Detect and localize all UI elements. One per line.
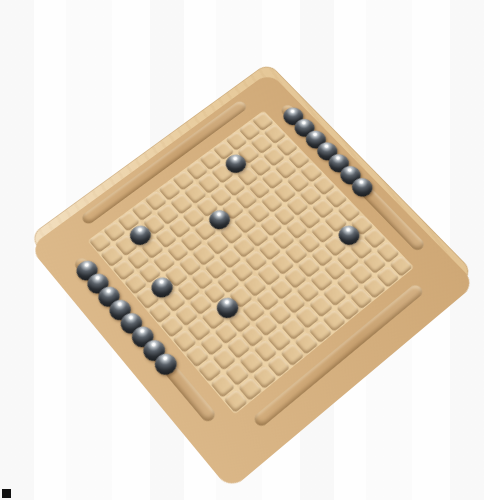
- dimple-grid: [87, 110, 414, 414]
- wooden-game-board: [29, 62, 474, 477]
- product-photo-stage: [0, 0, 500, 500]
- watermark-square: [2, 489, 11, 498]
